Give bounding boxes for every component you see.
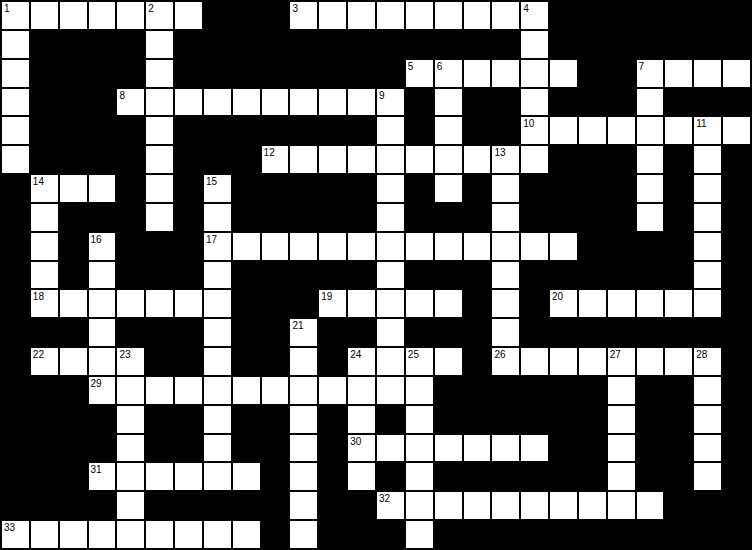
white-cell[interactable]: 14 bbox=[31, 175, 58, 202]
black-cell bbox=[262, 175, 289, 202]
white-cell[interactable] bbox=[694, 435, 721, 462]
white-cell[interactable] bbox=[608, 463, 635, 490]
white-cell[interactable] bbox=[290, 348, 317, 375]
white-cell[interactable] bbox=[146, 463, 173, 490]
white-cell[interactable]: 27 bbox=[608, 348, 635, 375]
black-cell bbox=[608, 60, 635, 87]
white-cell[interactable]: 24 bbox=[348, 348, 375, 375]
white-cell[interactable] bbox=[348, 146, 375, 173]
white-cell[interactable]: 30 bbox=[348, 435, 375, 462]
black-cell bbox=[608, 262, 635, 289]
white-cell[interactable] bbox=[637, 146, 664, 173]
white-cell[interactable] bbox=[665, 290, 692, 317]
white-cell[interactable] bbox=[608, 377, 635, 404]
white-cell[interactable] bbox=[233, 377, 260, 404]
white-cell[interactable]: 32 bbox=[377, 492, 404, 519]
white-cell[interactable] bbox=[204, 348, 231, 375]
white-cell[interactable]: 33 bbox=[2, 521, 29, 548]
black-cell bbox=[146, 435, 173, 462]
black-cell bbox=[262, 319, 289, 346]
white-cell[interactable] bbox=[204, 319, 231, 346]
white-cell[interactable] bbox=[146, 290, 173, 317]
white-cell[interactable] bbox=[550, 492, 577, 519]
white-cell[interactable] bbox=[637, 492, 664, 519]
white-cell[interactable] bbox=[117, 521, 144, 548]
white-cell[interactable]: 22 bbox=[31, 348, 58, 375]
white-cell[interactable] bbox=[435, 89, 462, 116]
white-cell[interactable] bbox=[290, 146, 317, 173]
clue-number: 12 bbox=[264, 147, 275, 158]
white-cell[interactable]: 8 bbox=[117, 89, 144, 116]
black-cell bbox=[31, 492, 58, 519]
black-cell bbox=[89, 492, 116, 519]
white-cell[interactable] bbox=[492, 2, 519, 29]
white-cell[interactable] bbox=[406, 146, 433, 173]
white-cell[interactable] bbox=[175, 377, 202, 404]
white-cell[interactable] bbox=[637, 175, 664, 202]
black-cell bbox=[175, 117, 202, 144]
white-cell[interactable] bbox=[464, 146, 491, 173]
white-cell[interactable] bbox=[31, 233, 58, 260]
white-cell[interactable] bbox=[694, 262, 721, 289]
white-cell[interactable] bbox=[694, 204, 721, 231]
white-cell[interactable] bbox=[319, 233, 346, 260]
white-cell[interactable] bbox=[637, 290, 664, 317]
white-cell[interactable] bbox=[492, 204, 519, 231]
white-cell[interactable] bbox=[637, 348, 664, 375]
clue-number: 32 bbox=[379, 493, 390, 504]
black-cell bbox=[204, 60, 231, 87]
white-cell[interactable] bbox=[608, 406, 635, 433]
black-cell bbox=[31, 60, 58, 87]
white-cell[interactable]: 6 bbox=[435, 60, 462, 87]
black-cell bbox=[175, 60, 202, 87]
white-cell[interactable]: 25 bbox=[406, 348, 433, 375]
white-cell[interactable] bbox=[377, 290, 404, 317]
white-cell[interactable] bbox=[60, 521, 87, 548]
black-cell bbox=[377, 463, 404, 490]
white-cell[interactable] bbox=[290, 377, 317, 404]
black-cell bbox=[290, 262, 317, 289]
white-cell[interactable] bbox=[377, 204, 404, 231]
black-cell bbox=[262, 204, 289, 231]
black-cell bbox=[262, 2, 289, 29]
white-cell[interactable] bbox=[377, 2, 404, 29]
white-cell[interactable] bbox=[377, 175, 404, 202]
white-cell[interactable]: 31 bbox=[89, 463, 116, 490]
white-cell[interactable] bbox=[117, 492, 144, 519]
black-cell bbox=[521, 406, 548, 433]
white-cell[interactable] bbox=[377, 262, 404, 289]
white-cell[interactable] bbox=[348, 290, 375, 317]
white-cell[interactable] bbox=[348, 2, 375, 29]
black-cell bbox=[89, 89, 116, 116]
white-cell[interactable]: 9 bbox=[377, 89, 404, 116]
white-cell[interactable] bbox=[637, 204, 664, 231]
clue-number: 31 bbox=[91, 464, 102, 475]
white-cell[interactable] bbox=[175, 290, 202, 317]
white-cell[interactable] bbox=[204, 204, 231, 231]
white-cell[interactable] bbox=[146, 377, 173, 404]
black-cell bbox=[492, 521, 519, 548]
white-cell[interactable]: 3 bbox=[290, 2, 317, 29]
white-cell[interactable] bbox=[550, 348, 577, 375]
white-cell[interactable] bbox=[492, 290, 519, 317]
black-cell bbox=[665, 492, 692, 519]
white-cell[interactable]: 2 bbox=[146, 2, 173, 29]
black-cell bbox=[60, 262, 87, 289]
white-cell[interactable] bbox=[319, 377, 346, 404]
white-cell[interactable] bbox=[31, 521, 58, 548]
black-cell bbox=[435, 31, 462, 58]
white-cell[interactable] bbox=[521, 89, 548, 116]
black-cell bbox=[2, 319, 29, 346]
white-cell[interactable] bbox=[377, 435, 404, 462]
white-cell[interactable] bbox=[550, 233, 577, 260]
white-cell[interactable] bbox=[521, 348, 548, 375]
white-cell[interactable] bbox=[348, 406, 375, 433]
white-cell[interactable] bbox=[406, 290, 433, 317]
white-cell[interactable] bbox=[464, 2, 491, 29]
white-cell[interactable] bbox=[60, 290, 87, 317]
clue-number: 5 bbox=[408, 61, 414, 72]
black-cell bbox=[31, 319, 58, 346]
white-cell[interactable] bbox=[204, 290, 231, 317]
white-cell[interactable]: 23 bbox=[117, 348, 144, 375]
black-cell bbox=[637, 31, 664, 58]
black-cell bbox=[204, 2, 231, 29]
white-cell[interactable]: 28 bbox=[694, 348, 721, 375]
white-cell[interactable] bbox=[146, 89, 173, 116]
black-cell bbox=[117, 204, 144, 231]
white-cell[interactable] bbox=[146, 521, 173, 548]
clue-number: 8 bbox=[119, 90, 125, 101]
white-cell[interactable] bbox=[579, 492, 606, 519]
white-cell[interactable]: 17 bbox=[204, 233, 231, 260]
white-cell[interactable] bbox=[60, 2, 87, 29]
white-cell[interactable] bbox=[117, 435, 144, 462]
white-cell[interactable]: 13 bbox=[492, 146, 519, 173]
black-cell bbox=[233, 406, 260, 433]
white-cell[interactable] bbox=[521, 435, 548, 462]
white-cell[interactable] bbox=[579, 117, 606, 144]
black-cell bbox=[31, 435, 58, 462]
black-cell bbox=[262, 290, 289, 317]
white-cell[interactable] bbox=[146, 117, 173, 144]
black-cell bbox=[175, 406, 202, 433]
white-cell[interactable] bbox=[2, 117, 29, 144]
black-cell bbox=[492, 406, 519, 433]
white-cell[interactable]: 26 bbox=[492, 348, 519, 375]
white-cell[interactable] bbox=[31, 2, 58, 29]
white-cell[interactable] bbox=[348, 377, 375, 404]
white-cell[interactable] bbox=[665, 117, 692, 144]
white-cell[interactable] bbox=[694, 233, 721, 260]
white-cell[interactable]: 12 bbox=[262, 146, 289, 173]
black-cell bbox=[521, 262, 548, 289]
white-cell[interactable] bbox=[117, 463, 144, 490]
black-cell bbox=[665, 262, 692, 289]
black-cell bbox=[435, 521, 462, 548]
white-cell[interactable] bbox=[233, 463, 260, 490]
white-cell[interactable] bbox=[204, 262, 231, 289]
white-cell[interactable]: 7 bbox=[637, 60, 664, 87]
white-cell[interactable] bbox=[175, 89, 202, 116]
white-cell[interactable] bbox=[89, 175, 116, 202]
white-cell[interactable]: 15 bbox=[204, 175, 231, 202]
clue-number: 1 bbox=[4, 3, 10, 14]
white-cell[interactable] bbox=[608, 290, 635, 317]
black-cell bbox=[89, 146, 116, 173]
white-cell[interactable] bbox=[579, 348, 606, 375]
white-cell[interactable]: 10 bbox=[521, 117, 548, 144]
black-cell bbox=[117, 233, 144, 260]
white-cell[interactable] bbox=[60, 348, 87, 375]
black-cell bbox=[233, 117, 260, 144]
white-cell[interactable] bbox=[579, 290, 606, 317]
white-cell[interactable] bbox=[146, 31, 173, 58]
black-cell bbox=[31, 406, 58, 433]
black-cell bbox=[319, 463, 346, 490]
black-cell bbox=[435, 377, 462, 404]
white-cell[interactable] bbox=[608, 117, 635, 144]
white-cell[interactable] bbox=[694, 146, 721, 173]
white-cell[interactable] bbox=[377, 117, 404, 144]
white-cell[interactable] bbox=[146, 146, 173, 173]
white-cell[interactable] bbox=[117, 406, 144, 433]
white-cell[interactable] bbox=[406, 406, 433, 433]
white-cell[interactable] bbox=[319, 146, 346, 173]
black-cell bbox=[579, 89, 606, 116]
white-cell[interactable] bbox=[233, 89, 260, 116]
black-cell bbox=[60, 31, 87, 58]
white-cell[interactable] bbox=[290, 463, 317, 490]
black-cell bbox=[146, 233, 173, 260]
black-cell bbox=[608, 204, 635, 231]
white-cell[interactable] bbox=[723, 117, 750, 144]
white-cell[interactable] bbox=[435, 117, 462, 144]
black-cell bbox=[262, 262, 289, 289]
white-cell[interactable] bbox=[492, 175, 519, 202]
white-cell[interactable] bbox=[319, 2, 346, 29]
white-cell[interactable] bbox=[694, 406, 721, 433]
white-cell[interactable] bbox=[406, 435, 433, 462]
white-cell[interactable] bbox=[521, 233, 548, 260]
white-cell[interactable] bbox=[204, 463, 231, 490]
white-cell[interactable] bbox=[290, 406, 317, 433]
white-cell[interactable] bbox=[89, 521, 116, 548]
black-cell bbox=[204, 146, 231, 173]
black-cell bbox=[665, 521, 692, 548]
white-cell[interactable] bbox=[262, 89, 289, 116]
white-cell[interactable] bbox=[550, 60, 577, 87]
white-cell[interactable] bbox=[406, 377, 433, 404]
white-cell[interactable] bbox=[377, 348, 404, 375]
black-cell bbox=[723, 492, 750, 519]
clue-number: 33 bbox=[4, 522, 15, 533]
black-cell bbox=[665, 377, 692, 404]
white-cell[interactable] bbox=[521, 31, 548, 58]
white-cell[interactable] bbox=[694, 377, 721, 404]
white-cell[interactable] bbox=[492, 492, 519, 519]
white-cell[interactable] bbox=[146, 204, 173, 231]
white-cell[interactable] bbox=[406, 521, 433, 548]
black-cell bbox=[550, 406, 577, 433]
black-cell bbox=[233, 31, 260, 58]
white-cell[interactable] bbox=[348, 233, 375, 260]
white-cell[interactable]: 4 bbox=[521, 2, 548, 29]
white-cell[interactable] bbox=[31, 262, 58, 289]
clue-number: 7 bbox=[639, 61, 645, 72]
white-cell[interactable]: 21 bbox=[290, 319, 317, 346]
white-cell[interactable] bbox=[377, 319, 404, 346]
white-cell[interactable] bbox=[175, 2, 202, 29]
black-cell bbox=[319, 175, 346, 202]
white-cell[interactable]: 11 bbox=[694, 117, 721, 144]
clue-number: 28 bbox=[696, 349, 707, 360]
white-cell[interactable] bbox=[492, 60, 519, 87]
white-cell[interactable] bbox=[694, 290, 721, 317]
white-cell[interactable] bbox=[262, 233, 289, 260]
white-cell[interactable] bbox=[637, 117, 664, 144]
white-cell[interactable] bbox=[89, 290, 116, 317]
black-cell bbox=[637, 2, 664, 29]
black-cell bbox=[579, 146, 606, 173]
white-cell[interactable] bbox=[435, 348, 462, 375]
black-cell bbox=[579, 463, 606, 490]
white-cell[interactable] bbox=[204, 406, 231, 433]
white-cell[interactable] bbox=[290, 89, 317, 116]
white-cell[interactable] bbox=[233, 233, 260, 260]
black-cell bbox=[406, 175, 433, 202]
black-cell bbox=[637, 406, 664, 433]
black-cell bbox=[175, 146, 202, 173]
black-cell bbox=[2, 406, 29, 433]
white-cell[interactable] bbox=[117, 377, 144, 404]
white-cell[interactable] bbox=[406, 233, 433, 260]
white-cell[interactable] bbox=[435, 290, 462, 317]
white-cell[interactable] bbox=[89, 319, 116, 346]
black-cell bbox=[637, 463, 664, 490]
white-cell[interactable] bbox=[175, 463, 202, 490]
white-cell[interactable] bbox=[521, 60, 548, 87]
white-cell[interactable] bbox=[464, 492, 491, 519]
white-cell[interactable] bbox=[435, 2, 462, 29]
white-cell[interactable] bbox=[348, 89, 375, 116]
white-cell[interactable] bbox=[550, 117, 577, 144]
white-cell[interactable] bbox=[406, 463, 433, 490]
white-cell[interactable] bbox=[89, 348, 116, 375]
black-cell bbox=[464, 204, 491, 231]
white-cell[interactable] bbox=[521, 492, 548, 519]
white-cell[interactable] bbox=[464, 435, 491, 462]
white-cell[interactable] bbox=[204, 377, 231, 404]
white-cell[interactable]: 18 bbox=[31, 290, 58, 317]
white-cell[interactable] bbox=[117, 2, 144, 29]
white-cell[interactable] bbox=[492, 319, 519, 346]
white-cell[interactable] bbox=[290, 435, 317, 462]
white-cell[interactable] bbox=[348, 463, 375, 490]
white-cell[interactable]: 1 bbox=[2, 2, 29, 29]
white-cell[interactable] bbox=[665, 348, 692, 375]
white-cell[interactable] bbox=[2, 89, 29, 116]
white-cell[interactable] bbox=[665, 60, 692, 87]
white-cell[interactable] bbox=[204, 89, 231, 116]
white-cell[interactable] bbox=[290, 233, 317, 260]
white-cell[interactable]: 29 bbox=[89, 377, 116, 404]
black-cell bbox=[60, 117, 87, 144]
white-cell[interactable] bbox=[637, 89, 664, 116]
black-cell bbox=[348, 60, 375, 87]
white-cell[interactable] bbox=[406, 2, 433, 29]
clue-number: 21 bbox=[292, 320, 303, 331]
white-cell[interactable] bbox=[377, 146, 404, 173]
white-cell[interactable] bbox=[435, 175, 462, 202]
white-cell[interactable]: 19 bbox=[319, 290, 346, 317]
white-cell[interactable] bbox=[464, 60, 491, 87]
white-cell[interactable] bbox=[694, 175, 721, 202]
white-cell[interactable]: 20 bbox=[550, 290, 577, 317]
white-cell[interactable] bbox=[435, 233, 462, 260]
white-cell[interactable]: 5 bbox=[406, 60, 433, 87]
black-cell bbox=[233, 175, 260, 202]
white-cell[interactable] bbox=[694, 60, 721, 87]
white-cell[interactable] bbox=[464, 233, 491, 260]
black-cell bbox=[665, 463, 692, 490]
white-cell[interactable] bbox=[89, 2, 116, 29]
white-cell[interactable] bbox=[117, 290, 144, 317]
white-cell[interactable] bbox=[492, 262, 519, 289]
white-cell[interactable] bbox=[290, 521, 317, 548]
white-cell[interactable] bbox=[319, 89, 346, 116]
white-cell[interactable] bbox=[723, 60, 750, 87]
white-cell[interactable] bbox=[31, 204, 58, 231]
white-cell[interactable] bbox=[2, 146, 29, 173]
white-cell[interactable] bbox=[435, 435, 462, 462]
black-cell bbox=[521, 377, 548, 404]
white-cell[interactable] bbox=[435, 146, 462, 173]
white-cell[interactable] bbox=[608, 435, 635, 462]
white-cell[interactable] bbox=[492, 435, 519, 462]
white-cell[interactable] bbox=[290, 492, 317, 519]
white-cell[interactable] bbox=[608, 492, 635, 519]
white-cell[interactable]: 16 bbox=[89, 233, 116, 260]
white-cell[interactable] bbox=[146, 175, 173, 202]
white-cell[interactable] bbox=[2, 31, 29, 58]
white-cell[interactable] bbox=[146, 60, 173, 87]
black-cell bbox=[665, 175, 692, 202]
white-cell[interactable] bbox=[406, 492, 433, 519]
white-cell[interactable] bbox=[89, 262, 116, 289]
black-cell bbox=[175, 319, 202, 346]
white-cell[interactable] bbox=[492, 233, 519, 260]
white-cell[interactable] bbox=[262, 377, 289, 404]
white-cell[interactable] bbox=[60, 175, 87, 202]
black-cell bbox=[233, 348, 260, 375]
black-cell bbox=[290, 60, 317, 87]
white-cell[interactable] bbox=[377, 233, 404, 260]
white-cell[interactable] bbox=[435, 492, 462, 519]
white-cell[interactable] bbox=[377, 377, 404, 404]
white-cell[interactable] bbox=[204, 435, 231, 462]
white-cell[interactable] bbox=[175, 521, 202, 548]
white-cell[interactable] bbox=[204, 521, 231, 548]
white-cell[interactable] bbox=[521, 146, 548, 173]
white-cell[interactable] bbox=[694, 463, 721, 490]
black-cell bbox=[723, 2, 750, 29]
white-cell[interactable] bbox=[2, 60, 29, 87]
white-cell[interactable] bbox=[233, 521, 260, 548]
